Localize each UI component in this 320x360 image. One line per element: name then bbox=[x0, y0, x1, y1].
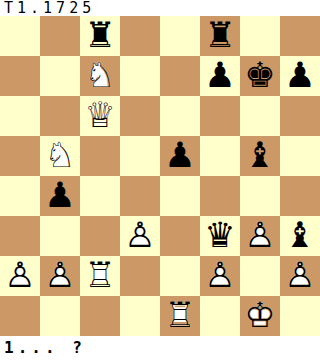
square-c2[interactable]: ♜♖ bbox=[80, 256, 120, 296]
piece-white-pawn[interactable]: ♟♙ bbox=[240, 216, 280, 256]
square-d5[interactable] bbox=[120, 136, 160, 176]
black-queen-glyph: ♛ bbox=[200, 215, 240, 255]
black-rook-glyph: ♜ bbox=[200, 15, 240, 55]
square-f8[interactable]: ♜ bbox=[200, 16, 240, 56]
square-f1[interactable] bbox=[200, 296, 240, 336]
square-h1[interactable] bbox=[280, 296, 320, 336]
white-king-glyph: ♔ bbox=[240, 295, 280, 335]
square-e1[interactable]: ♜♖ bbox=[160, 296, 200, 336]
square-h3[interactable]: ♝ bbox=[280, 216, 320, 256]
white-pawn-glyph: ♙ bbox=[0, 255, 40, 295]
square-e2[interactable] bbox=[160, 256, 200, 296]
piece-white-pawn[interactable]: ♟♙ bbox=[0, 256, 40, 296]
square-d7[interactable] bbox=[120, 56, 160, 96]
square-b2[interactable]: ♟♙ bbox=[40, 256, 80, 296]
piece-black-pawn[interactable]: ♟ bbox=[200, 56, 240, 96]
square-b7[interactable] bbox=[40, 56, 80, 96]
white-pawn-glyph: ♙ bbox=[240, 215, 280, 255]
square-b8[interactable] bbox=[40, 16, 80, 56]
chess-puzzle-window: T1.1725 ♜♜♞♘♟♚♟♛♕♞♘♟♝♟♟♙♛♟♙♝♟♙♟♙♜♖♟♙♟♙♜♖… bbox=[0, 0, 320, 360]
square-f2[interactable]: ♟♙ bbox=[200, 256, 240, 296]
piece-black-pawn[interactable]: ♟ bbox=[160, 136, 200, 176]
square-b5[interactable]: ♞♘ bbox=[40, 136, 80, 176]
square-c5[interactable] bbox=[80, 136, 120, 176]
square-g4[interactable] bbox=[240, 176, 280, 216]
black-rook-glyph: ♜ bbox=[80, 15, 120, 55]
square-a8[interactable] bbox=[0, 16, 40, 56]
square-e8[interactable] bbox=[160, 16, 200, 56]
square-b6[interactable] bbox=[40, 96, 80, 136]
square-h5[interactable] bbox=[280, 136, 320, 176]
white-rook-glyph: ♖ bbox=[80, 255, 120, 295]
piece-black-bishop[interactable]: ♝ bbox=[240, 136, 280, 176]
square-e3[interactable] bbox=[160, 216, 200, 256]
square-f3[interactable]: ♛ bbox=[200, 216, 240, 256]
square-h2[interactable]: ♟♙ bbox=[280, 256, 320, 296]
square-d8[interactable] bbox=[120, 16, 160, 56]
square-e6[interactable] bbox=[160, 96, 200, 136]
piece-white-pawn[interactable]: ♟♙ bbox=[280, 256, 320, 296]
black-pawn-glyph: ♟ bbox=[40, 175, 80, 215]
square-f7[interactable]: ♟ bbox=[200, 56, 240, 96]
square-b3[interactable] bbox=[40, 216, 80, 256]
black-bishop-glyph: ♝ bbox=[240, 135, 280, 175]
square-h4[interactable] bbox=[280, 176, 320, 216]
black-pawn-glyph: ♟ bbox=[160, 135, 200, 175]
piece-black-pawn[interactable]: ♟ bbox=[40, 176, 80, 216]
piece-white-queen[interactable]: ♛♕ bbox=[80, 96, 120, 136]
square-d6[interactable] bbox=[120, 96, 160, 136]
piece-white-rook[interactable]: ♜♖ bbox=[80, 256, 120, 296]
black-bishop-glyph: ♝ bbox=[280, 215, 320, 255]
square-d1[interactable] bbox=[120, 296, 160, 336]
square-g6[interactable] bbox=[240, 96, 280, 136]
square-h7[interactable]: ♟ bbox=[280, 56, 320, 96]
piece-white-knight[interactable]: ♞♘ bbox=[40, 136, 80, 176]
square-a5[interactable] bbox=[0, 136, 40, 176]
piece-black-bishop[interactable]: ♝ bbox=[280, 216, 320, 256]
white-knight-glyph: ♘ bbox=[40, 135, 80, 175]
square-b1[interactable] bbox=[40, 296, 80, 336]
square-g7[interactable]: ♚ bbox=[240, 56, 280, 96]
chess-board: ♜♜♞♘♟♚♟♛♕♞♘♟♝♟♟♙♛♟♙♝♟♙♟♙♜♖♟♙♟♙♜♖♚♔ bbox=[0, 16, 320, 336]
piece-white-pawn[interactable]: ♟♙ bbox=[40, 256, 80, 296]
square-g8[interactable] bbox=[240, 16, 280, 56]
piece-white-knight[interactable]: ♞♘ bbox=[80, 56, 120, 96]
square-a7[interactable] bbox=[0, 56, 40, 96]
square-e5[interactable]: ♟ bbox=[160, 136, 200, 176]
square-a3[interactable] bbox=[0, 216, 40, 256]
white-pawn-glyph: ♙ bbox=[200, 255, 240, 295]
piece-black-rook[interactable]: ♜ bbox=[200, 16, 240, 56]
square-c3[interactable] bbox=[80, 216, 120, 256]
square-e7[interactable] bbox=[160, 56, 200, 96]
piece-black-rook[interactable]: ♜ bbox=[80, 16, 120, 56]
black-king-glyph: ♚ bbox=[240, 55, 280, 95]
black-pawn-glyph: ♟ bbox=[280, 55, 320, 95]
square-f4[interactable] bbox=[200, 176, 240, 216]
puzzle-id: T1.1725 bbox=[4, 0, 95, 16]
square-d4[interactable] bbox=[120, 176, 160, 216]
square-c1[interactable] bbox=[80, 296, 120, 336]
square-c8[interactable]: ♜ bbox=[80, 16, 120, 56]
white-pawn-glyph: ♙ bbox=[280, 255, 320, 295]
square-g3[interactable]: ♟♙ bbox=[240, 216, 280, 256]
square-a4[interactable] bbox=[0, 176, 40, 216]
square-a6[interactable] bbox=[0, 96, 40, 136]
square-c7[interactable]: ♞♘ bbox=[80, 56, 120, 96]
square-h6[interactable] bbox=[280, 96, 320, 136]
square-f5[interactable] bbox=[200, 136, 240, 176]
square-g5[interactable]: ♝ bbox=[240, 136, 280, 176]
piece-black-king[interactable]: ♚ bbox=[240, 56, 280, 96]
piece-white-king[interactable]: ♚♔ bbox=[240, 296, 280, 336]
black-pawn-glyph: ♟ bbox=[200, 55, 240, 95]
white-pawn-glyph: ♙ bbox=[120, 215, 160, 255]
piece-white-rook[interactable]: ♜♖ bbox=[160, 296, 200, 336]
square-a1[interactable] bbox=[0, 296, 40, 336]
square-a2[interactable]: ♟♙ bbox=[0, 256, 40, 296]
square-d2[interactable] bbox=[120, 256, 160, 296]
move-prompt: 1... ? bbox=[4, 338, 86, 358]
square-d3[interactable]: ♟♙ bbox=[120, 216, 160, 256]
piece-black-pawn[interactable]: ♟ bbox=[280, 56, 320, 96]
square-g1[interactable]: ♚♔ bbox=[240, 296, 280, 336]
white-rook-glyph: ♖ bbox=[160, 295, 200, 335]
white-pawn-glyph: ♙ bbox=[40, 255, 80, 295]
square-f6[interactable] bbox=[200, 96, 240, 136]
square-g2[interactable] bbox=[240, 256, 280, 296]
piece-white-pawn[interactable]: ♟♙ bbox=[120, 216, 160, 256]
square-c4[interactable] bbox=[80, 176, 120, 216]
piece-black-queen[interactable]: ♛ bbox=[200, 216, 240, 256]
square-h8[interactable] bbox=[280, 16, 320, 56]
white-knight-glyph: ♘ bbox=[80, 55, 120, 95]
piece-white-pawn[interactable]: ♟♙ bbox=[200, 256, 240, 296]
square-c6[interactable]: ♛♕ bbox=[80, 96, 120, 136]
square-e4[interactable] bbox=[160, 176, 200, 216]
white-queen-glyph: ♕ bbox=[80, 95, 120, 135]
square-b4[interactable]: ♟ bbox=[40, 176, 80, 216]
